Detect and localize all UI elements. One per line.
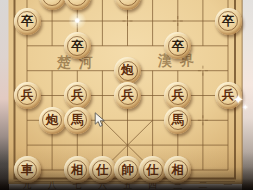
piece-black-卒[interactable]: 卒 [14,8,41,35]
piece-cut-off-top[interactable] [114,0,141,10]
piece-red-相[interactable]: 相 [64,156,91,183]
piece-character: 車 [21,163,34,176]
piece-character: 兵 [71,89,84,102]
piece-character: 兵 [121,89,134,102]
piece-character: 卒 [222,14,235,27]
piece-black-卒[interactable]: 卒 [215,8,242,35]
piece-ring [42,0,62,6]
piece-ring [118,0,138,6]
piece-red-兵[interactable]: 兵 [14,82,41,109]
piece-red-兵[interactable]: 兵 [114,82,141,109]
piece-red-仕[interactable]: 仕 [89,156,116,183]
piece-character: 卒 [172,39,185,52]
piece-red-兵[interactable]: 兵 [164,82,191,109]
piece-ring [67,0,87,6]
piece-red-炮[interactable]: 炮 [114,57,141,84]
piece-character: 相 [71,163,84,176]
piece-character: 炮 [46,114,59,127]
piece-character: 仕 [96,163,109,176]
piece-character: 相 [172,163,185,176]
piece-character: 馬 [71,114,84,127]
piece-character: 仕 [146,163,159,176]
piece-character: 馬 [172,114,185,127]
piece-character: 兵 [172,89,185,102]
piece-character: 卒 [21,14,34,27]
piece-black-卒[interactable]: 卒 [164,32,191,59]
piece-character: 帥 [121,163,134,176]
piece-character: 炮 [121,64,134,77]
piece-red-馬[interactable]: 馬 [64,107,91,134]
piece-red-相[interactable]: 相 [164,156,191,183]
mouse-cursor-icon [94,112,106,128]
piece-cut-off-top[interactable] [39,0,66,10]
piece-red-馬[interactable]: 馬 [164,107,191,134]
piece-red-帥[interactable]: 帥 [114,156,141,183]
piece-cut-off-top[interactable] [64,0,91,10]
sparkle-effect-icon: ✦ [242,104,249,112]
piece-red-仕[interactable]: 仕 [139,156,166,183]
piece-black-卒[interactable]: 卒 [64,32,91,59]
piece-red-車[interactable]: 車 [14,156,41,183]
piece-red-兵[interactable]: 兵 [64,82,91,109]
piece-red-炮[interactable]: 炮 [39,107,66,134]
piece-character: 兵 [21,89,34,102]
piece-character: 卒 [71,39,84,52]
piece-layer: 卒卒卒卒炮兵兵兵兵兵炮馬馬車相仕帥仕相 [0,0,253,190]
xiangqi-game-screen: 楚河 漢界 九 八 七 六 五 四 三 二 一 卒卒卒卒炮兵兵兵兵兵炮馬馬車相仕… [0,0,253,190]
